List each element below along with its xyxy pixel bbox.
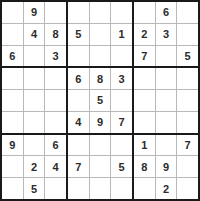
- cell-r6c5[interactable]: 9: [90, 112, 111, 133]
- cell-r1c4[interactable]: [68, 2, 89, 23]
- cell-r1c7[interactable]: [134, 2, 155, 23]
- box-r1c3: 62375: [134, 2, 198, 66]
- cell-r6c6[interactable]: 7: [111, 112, 132, 133]
- cell-r6c1[interactable]: [2, 112, 23, 133]
- box-r3c2: 75: [68, 135, 132, 199]
- cell-r4c6[interactable]: 3: [111, 68, 132, 89]
- cell-r1c5[interactable]: [90, 2, 111, 23]
- cell-r2c1[interactable]: [2, 24, 23, 45]
- cell-r1c1[interactable]: [2, 2, 23, 23]
- cell-r7c8[interactable]: [156, 135, 177, 156]
- cell-r2c6[interactable]: 1: [111, 24, 132, 45]
- cell-r9c7[interactable]: [134, 178, 155, 199]
- cell-r9c2[interactable]: 5: [24, 178, 45, 199]
- box-r3c3: 17892: [134, 135, 198, 199]
- cell-r8c7[interactable]: 8: [134, 156, 155, 177]
- cell-r9c9[interactable]: [177, 178, 198, 199]
- cell-r8c8[interactable]: 9: [156, 156, 177, 177]
- cell-r7c4[interactable]: [68, 135, 89, 156]
- cell-r4c2[interactable]: [24, 68, 45, 89]
- cell-r9c8[interactable]: 2: [156, 178, 177, 199]
- cell-r3c2[interactable]: [24, 46, 45, 67]
- box-r3c1: 96245: [2, 135, 66, 199]
- cell-r7c9[interactable]: 7: [177, 135, 198, 156]
- cell-r3c5[interactable]: [90, 46, 111, 67]
- cell-r5c1[interactable]: [2, 90, 23, 111]
- cell-r5c6[interactable]: [111, 90, 132, 111]
- cell-r1c6[interactable]: [111, 2, 132, 23]
- cell-r4c3[interactable]: [45, 68, 66, 89]
- cell-r2c5[interactable]: [90, 24, 111, 45]
- cell-r8c2[interactable]: 2: [24, 156, 45, 177]
- cell-r5c9[interactable]: [177, 90, 198, 111]
- box-r1c1: 94863: [2, 2, 66, 66]
- cell-r7c3[interactable]: 6: [45, 135, 66, 156]
- cell-r3c8[interactable]: [156, 46, 177, 67]
- cell-r3c3[interactable]: 3: [45, 46, 66, 67]
- cell-r1c2[interactable]: 9: [24, 2, 45, 23]
- cell-r2c3[interactable]: 8: [45, 24, 66, 45]
- cell-r4c5[interactable]: 8: [90, 68, 111, 89]
- cell-r3c4[interactable]: [68, 46, 89, 67]
- cell-r2c4[interactable]: 5: [68, 24, 89, 45]
- cell-r5c5[interactable]: 5: [90, 90, 111, 111]
- cell-r5c2[interactable]: [24, 90, 45, 111]
- box-r1c2: 51: [68, 2, 132, 66]
- cell-r8c9[interactable]: [177, 156, 198, 177]
- sudoku-page: 9486351623756835497962457517892: [0, 0, 200, 201]
- cell-r1c3[interactable]: [45, 2, 66, 23]
- cell-r8c1[interactable]: [2, 156, 23, 177]
- cell-r5c4[interactable]: [68, 90, 89, 111]
- cell-r4c1[interactable]: [2, 68, 23, 89]
- cell-r9c3[interactable]: [45, 178, 66, 199]
- cell-r3c9[interactable]: 5: [177, 46, 198, 67]
- cell-r4c7[interactable]: [134, 68, 155, 89]
- cell-r4c4[interactable]: 6: [68, 68, 89, 89]
- cell-r7c5[interactable]: [90, 135, 111, 156]
- cell-r1c9[interactable]: [177, 2, 198, 23]
- cell-r5c7[interactable]: [134, 90, 155, 111]
- cell-r4c9[interactable]: [177, 68, 198, 89]
- cell-r8c5[interactable]: [90, 156, 111, 177]
- cell-r7c1[interactable]: 9: [2, 135, 23, 156]
- cell-r9c1[interactable]: [2, 178, 23, 199]
- cell-r3c7[interactable]: 7: [134, 46, 155, 67]
- sudoku-board: 9486351623756835497962457517892: [0, 0, 200, 201]
- cell-r5c3[interactable]: [45, 90, 66, 111]
- cell-r7c6[interactable]: [111, 135, 132, 156]
- cell-r7c7[interactable]: 1: [134, 135, 155, 156]
- cell-r6c7[interactable]: [134, 112, 155, 133]
- cell-r2c7[interactable]: 2: [134, 24, 155, 45]
- cell-r9c5[interactable]: [90, 178, 111, 199]
- cell-r5c8[interactable]: [156, 90, 177, 111]
- cell-r1c8[interactable]: 6: [156, 2, 177, 23]
- cell-r6c2[interactable]: [24, 112, 45, 133]
- cell-r2c2[interactable]: 4: [24, 24, 45, 45]
- cell-r6c8[interactable]: [156, 112, 177, 133]
- box-r2c1: [2, 68, 66, 132]
- box-r2c2: 6835497: [68, 68, 132, 132]
- cell-r2c8[interactable]: 3: [156, 24, 177, 45]
- cell-r8c3[interactable]: 4: [45, 156, 66, 177]
- cell-r6c9[interactable]: [177, 112, 198, 133]
- cell-r3c1[interactable]: 6: [2, 46, 23, 67]
- cell-r6c4[interactable]: 4: [68, 112, 89, 133]
- cell-r8c4[interactable]: 7: [68, 156, 89, 177]
- cell-r9c4[interactable]: [68, 178, 89, 199]
- cell-r6c3[interactable]: [45, 112, 66, 133]
- cell-r2c9[interactable]: [177, 24, 198, 45]
- box-r2c3: [134, 68, 198, 132]
- cell-r8c6[interactable]: 5: [111, 156, 132, 177]
- cell-r3c6[interactable]: [111, 46, 132, 67]
- cell-r9c6[interactable]: [111, 178, 132, 199]
- cell-r7c2[interactable]: [24, 135, 45, 156]
- cell-r4c8[interactable]: [156, 68, 177, 89]
